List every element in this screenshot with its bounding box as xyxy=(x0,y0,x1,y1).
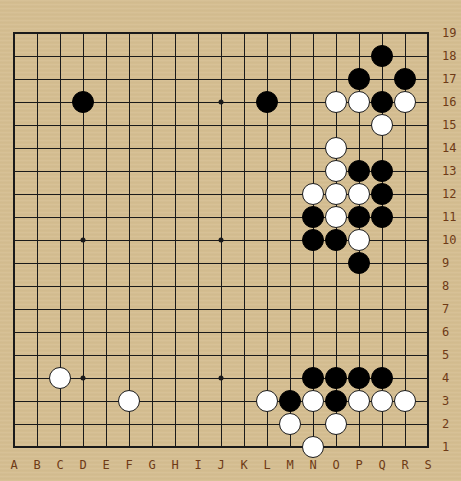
intersection-C8[interactable] xyxy=(49,275,72,298)
intersection-G8[interactable] xyxy=(141,275,164,298)
intersection-N18[interactable] xyxy=(302,45,325,68)
intersection-P8[interactable] xyxy=(348,275,371,298)
intersection-E4[interactable] xyxy=(95,367,118,390)
intersection-E10[interactable] xyxy=(95,229,118,252)
intersection-K10[interactable] xyxy=(233,229,256,252)
intersection-C4[interactable] xyxy=(49,367,72,390)
intersection-N16[interactable] xyxy=(302,91,325,114)
intersection-J18[interactable] xyxy=(210,45,233,68)
intersection-F8[interactable] xyxy=(118,275,141,298)
intersection-F3[interactable] xyxy=(118,390,141,413)
intersection-C15[interactable] xyxy=(49,114,72,137)
intersection-G5[interactable] xyxy=(141,344,164,367)
intersection-A11[interactable] xyxy=(3,206,26,229)
intersection-L8[interactable] xyxy=(256,275,279,298)
intersection-E15[interactable] xyxy=(95,114,118,137)
intersection-K19[interactable] xyxy=(233,22,256,45)
intersection-N2[interactable] xyxy=(302,413,325,436)
intersection-S15[interactable] xyxy=(417,114,440,137)
intersection-N5[interactable] xyxy=(302,344,325,367)
intersection-L6[interactable] xyxy=(256,321,279,344)
intersection-R14[interactable] xyxy=(394,137,417,160)
intersection-R18[interactable] xyxy=(394,45,417,68)
intersection-P16[interactable] xyxy=(348,91,371,114)
intersection-R2[interactable] xyxy=(394,413,417,436)
intersection-Q15[interactable] xyxy=(371,114,394,137)
intersection-E9[interactable] xyxy=(95,252,118,275)
intersection-G2[interactable] xyxy=(141,413,164,436)
intersection-M5[interactable] xyxy=(279,344,302,367)
intersection-C2[interactable] xyxy=(49,413,72,436)
intersection-R8[interactable] xyxy=(394,275,417,298)
intersection-B12[interactable] xyxy=(26,183,49,206)
intersection-M17[interactable] xyxy=(279,68,302,91)
intersection-K6[interactable] xyxy=(233,321,256,344)
intersection-C18[interactable] xyxy=(49,45,72,68)
intersection-I7[interactable] xyxy=(187,298,210,321)
intersection-Q14[interactable] xyxy=(371,137,394,160)
intersection-M16[interactable] xyxy=(279,91,302,114)
intersection-L15[interactable] xyxy=(256,114,279,137)
intersection-E12[interactable] xyxy=(95,183,118,206)
intersection-F11[interactable] xyxy=(118,206,141,229)
intersection-O7[interactable] xyxy=(325,298,348,321)
intersection-B11[interactable] xyxy=(26,206,49,229)
intersection-J14[interactable] xyxy=(210,137,233,160)
intersection-O3[interactable] xyxy=(325,390,348,413)
intersection-Q17[interactable] xyxy=(371,68,394,91)
intersection-R7[interactable] xyxy=(394,298,417,321)
intersection-N15[interactable] xyxy=(302,114,325,137)
intersection-A13[interactable] xyxy=(3,160,26,183)
intersection-Q3[interactable] xyxy=(371,390,394,413)
intersection-M8[interactable] xyxy=(279,275,302,298)
intersection-R13[interactable] xyxy=(394,160,417,183)
intersection-J7[interactable] xyxy=(210,298,233,321)
intersection-G7[interactable] xyxy=(141,298,164,321)
intersection-A10[interactable] xyxy=(3,229,26,252)
intersection-E3[interactable] xyxy=(95,390,118,413)
intersection-D11[interactable] xyxy=(72,206,95,229)
intersection-G4[interactable] xyxy=(141,367,164,390)
intersection-N3[interactable] xyxy=(302,390,325,413)
intersection-E16[interactable] xyxy=(95,91,118,114)
intersection-R3[interactable] xyxy=(394,390,417,413)
intersection-S2[interactable] xyxy=(417,413,440,436)
intersection-D1[interactable] xyxy=(72,436,95,459)
intersection-K8[interactable] xyxy=(233,275,256,298)
intersection-P7[interactable] xyxy=(348,298,371,321)
intersection-R16[interactable] xyxy=(394,91,417,114)
intersection-F9[interactable] xyxy=(118,252,141,275)
intersection-K15[interactable] xyxy=(233,114,256,137)
intersection-I13[interactable] xyxy=(187,160,210,183)
intersection-K4[interactable] xyxy=(233,367,256,390)
intersection-J12[interactable] xyxy=(210,183,233,206)
intersection-J4[interactable] xyxy=(210,367,233,390)
intersection-S5[interactable] xyxy=(417,344,440,367)
intersection-R9[interactable] xyxy=(394,252,417,275)
intersection-E18[interactable] xyxy=(95,45,118,68)
intersection-I17[interactable] xyxy=(187,68,210,91)
intersection-S8[interactable] xyxy=(417,275,440,298)
intersection-C19[interactable] xyxy=(49,22,72,45)
intersection-H17[interactable] xyxy=(164,68,187,91)
intersection-A17[interactable] xyxy=(3,68,26,91)
intersection-K12[interactable] xyxy=(233,183,256,206)
intersection-K7[interactable] xyxy=(233,298,256,321)
intersection-F7[interactable] xyxy=(118,298,141,321)
intersection-O13[interactable] xyxy=(325,160,348,183)
intersection-Q19[interactable] xyxy=(371,22,394,45)
intersection-E6[interactable] xyxy=(95,321,118,344)
intersection-S10[interactable] xyxy=(417,229,440,252)
intersection-M2[interactable] xyxy=(279,413,302,436)
intersection-M14[interactable] xyxy=(279,137,302,160)
intersection-A7[interactable] xyxy=(3,298,26,321)
intersection-O1[interactable] xyxy=(325,436,348,459)
intersection-P6[interactable] xyxy=(348,321,371,344)
intersection-M18[interactable] xyxy=(279,45,302,68)
board-grid[interactable] xyxy=(3,22,440,459)
intersection-L17[interactable] xyxy=(256,68,279,91)
intersection-L16[interactable] xyxy=(256,91,279,114)
intersection-J16[interactable] xyxy=(210,91,233,114)
intersection-D17[interactable] xyxy=(72,68,95,91)
intersection-P9[interactable] xyxy=(348,252,371,275)
intersection-D18[interactable] xyxy=(72,45,95,68)
intersection-D12[interactable] xyxy=(72,183,95,206)
intersection-E2[interactable] xyxy=(95,413,118,436)
intersection-B3[interactable] xyxy=(26,390,49,413)
intersection-B1[interactable] xyxy=(26,436,49,459)
intersection-H19[interactable] xyxy=(164,22,187,45)
intersection-I5[interactable] xyxy=(187,344,210,367)
intersection-F6[interactable] xyxy=(118,321,141,344)
intersection-N8[interactable] xyxy=(302,275,325,298)
intersection-M4[interactable] xyxy=(279,367,302,390)
intersection-F16[interactable] xyxy=(118,91,141,114)
intersection-A15[interactable] xyxy=(3,114,26,137)
intersection-D2[interactable] xyxy=(72,413,95,436)
intersection-K11[interactable] xyxy=(233,206,256,229)
intersection-B2[interactable] xyxy=(26,413,49,436)
intersection-L12[interactable] xyxy=(256,183,279,206)
intersection-D7[interactable] xyxy=(72,298,95,321)
intersection-L19[interactable] xyxy=(256,22,279,45)
intersection-R12[interactable] xyxy=(394,183,417,206)
intersection-E11[interactable] xyxy=(95,206,118,229)
intersection-S4[interactable] xyxy=(417,367,440,390)
intersection-C10[interactable] xyxy=(49,229,72,252)
intersection-O11[interactable] xyxy=(325,206,348,229)
intersection-M13[interactable] xyxy=(279,160,302,183)
intersection-A9[interactable] xyxy=(3,252,26,275)
intersection-G1[interactable] xyxy=(141,436,164,459)
intersection-G6[interactable] xyxy=(141,321,164,344)
intersection-K17[interactable] xyxy=(233,68,256,91)
intersection-Q5[interactable] xyxy=(371,344,394,367)
intersection-J9[interactable] xyxy=(210,252,233,275)
intersection-C7[interactable] xyxy=(49,298,72,321)
intersection-L9[interactable] xyxy=(256,252,279,275)
intersection-S19[interactable] xyxy=(417,22,440,45)
intersection-D6[interactable] xyxy=(72,321,95,344)
intersection-H13[interactable] xyxy=(164,160,187,183)
intersection-S17[interactable] xyxy=(417,68,440,91)
intersection-H7[interactable] xyxy=(164,298,187,321)
intersection-P5[interactable] xyxy=(348,344,371,367)
intersection-O10[interactable] xyxy=(325,229,348,252)
intersection-F15[interactable] xyxy=(118,114,141,137)
intersection-M10[interactable] xyxy=(279,229,302,252)
intersection-O8[interactable] xyxy=(325,275,348,298)
intersection-B13[interactable] xyxy=(26,160,49,183)
intersection-F12[interactable] xyxy=(118,183,141,206)
intersection-L2[interactable] xyxy=(256,413,279,436)
intersection-G13[interactable] xyxy=(141,160,164,183)
intersection-N1[interactable] xyxy=(302,436,325,459)
intersection-G9[interactable] xyxy=(141,252,164,275)
intersection-H2[interactable] xyxy=(164,413,187,436)
intersection-D4[interactable] xyxy=(72,367,95,390)
intersection-M6[interactable] xyxy=(279,321,302,344)
intersection-F5[interactable] xyxy=(118,344,141,367)
intersection-N10[interactable] xyxy=(302,229,325,252)
intersection-K16[interactable] xyxy=(233,91,256,114)
intersection-H8[interactable] xyxy=(164,275,187,298)
intersection-O14[interactable] xyxy=(325,137,348,160)
intersection-E7[interactable] xyxy=(95,298,118,321)
intersection-F4[interactable] xyxy=(118,367,141,390)
intersection-N12[interactable] xyxy=(302,183,325,206)
intersection-C14[interactable] xyxy=(49,137,72,160)
intersection-D8[interactable] xyxy=(72,275,95,298)
intersection-D13[interactable] xyxy=(72,160,95,183)
intersection-J3[interactable] xyxy=(210,390,233,413)
intersection-I14[interactable] xyxy=(187,137,210,160)
intersection-A1[interactable] xyxy=(3,436,26,459)
intersection-F18[interactable] xyxy=(118,45,141,68)
intersection-R19[interactable] xyxy=(394,22,417,45)
intersection-R15[interactable] xyxy=(394,114,417,137)
intersection-R10[interactable] xyxy=(394,229,417,252)
intersection-M3[interactable] xyxy=(279,390,302,413)
intersection-B10[interactable] xyxy=(26,229,49,252)
intersection-J13[interactable] xyxy=(210,160,233,183)
intersection-K5[interactable] xyxy=(233,344,256,367)
intersection-D9[interactable] xyxy=(72,252,95,275)
intersection-C1[interactable] xyxy=(49,436,72,459)
intersection-R5[interactable] xyxy=(394,344,417,367)
intersection-I19[interactable] xyxy=(187,22,210,45)
intersection-D19[interactable] xyxy=(72,22,95,45)
intersection-E17[interactable] xyxy=(95,68,118,91)
intersection-K13[interactable] xyxy=(233,160,256,183)
intersection-B9[interactable] xyxy=(26,252,49,275)
intersection-A6[interactable] xyxy=(3,321,26,344)
intersection-S18[interactable] xyxy=(417,45,440,68)
intersection-G10[interactable] xyxy=(141,229,164,252)
intersection-B14[interactable] xyxy=(26,137,49,160)
intersection-O4[interactable] xyxy=(325,367,348,390)
intersection-S13[interactable] xyxy=(417,160,440,183)
intersection-R1[interactable] xyxy=(394,436,417,459)
intersection-Q6[interactable] xyxy=(371,321,394,344)
intersection-P10[interactable] xyxy=(348,229,371,252)
intersection-J5[interactable] xyxy=(210,344,233,367)
intersection-A3[interactable] xyxy=(3,390,26,413)
intersection-Q11[interactable] xyxy=(371,206,394,229)
intersection-M19[interactable] xyxy=(279,22,302,45)
intersection-O2[interactable] xyxy=(325,413,348,436)
intersection-I2[interactable] xyxy=(187,413,210,436)
intersection-Q13[interactable] xyxy=(371,160,394,183)
intersection-A5[interactable] xyxy=(3,344,26,367)
intersection-J19[interactable] xyxy=(210,22,233,45)
intersection-H12[interactable] xyxy=(164,183,187,206)
intersection-H4[interactable] xyxy=(164,367,187,390)
intersection-H5[interactable] xyxy=(164,344,187,367)
intersection-G16[interactable] xyxy=(141,91,164,114)
intersection-O9[interactable] xyxy=(325,252,348,275)
intersection-N9[interactable] xyxy=(302,252,325,275)
intersection-P3[interactable] xyxy=(348,390,371,413)
intersection-O5[interactable] xyxy=(325,344,348,367)
intersection-N13[interactable] xyxy=(302,160,325,183)
intersection-L11[interactable] xyxy=(256,206,279,229)
intersection-F10[interactable] xyxy=(118,229,141,252)
intersection-P2[interactable] xyxy=(348,413,371,436)
intersection-I15[interactable] xyxy=(187,114,210,137)
intersection-S11[interactable] xyxy=(417,206,440,229)
intersection-J2[interactable] xyxy=(210,413,233,436)
intersection-H16[interactable] xyxy=(164,91,187,114)
intersection-M1[interactable] xyxy=(279,436,302,459)
intersection-L1[interactable] xyxy=(256,436,279,459)
intersection-K9[interactable] xyxy=(233,252,256,275)
intersection-M12[interactable] xyxy=(279,183,302,206)
intersection-P1[interactable] xyxy=(348,436,371,459)
intersection-P13[interactable] xyxy=(348,160,371,183)
intersection-C12[interactable] xyxy=(49,183,72,206)
intersection-L10[interactable] xyxy=(256,229,279,252)
intersection-P12[interactable] xyxy=(348,183,371,206)
intersection-C16[interactable] xyxy=(49,91,72,114)
intersection-S6[interactable] xyxy=(417,321,440,344)
intersection-C13[interactable] xyxy=(49,160,72,183)
intersection-E5[interactable] xyxy=(95,344,118,367)
intersection-B16[interactable] xyxy=(26,91,49,114)
intersection-O19[interactable] xyxy=(325,22,348,45)
intersection-K3[interactable] xyxy=(233,390,256,413)
intersection-I3[interactable] xyxy=(187,390,210,413)
intersection-J1[interactable] xyxy=(210,436,233,459)
intersection-K1[interactable] xyxy=(233,436,256,459)
intersection-A19[interactable] xyxy=(3,22,26,45)
intersection-Q4[interactable] xyxy=(371,367,394,390)
intersection-H10[interactable] xyxy=(164,229,187,252)
intersection-O12[interactable] xyxy=(325,183,348,206)
intersection-O15[interactable] xyxy=(325,114,348,137)
intersection-N19[interactable] xyxy=(302,22,325,45)
intersection-I4[interactable] xyxy=(187,367,210,390)
intersection-O6[interactable] xyxy=(325,321,348,344)
intersection-N7[interactable] xyxy=(302,298,325,321)
intersection-I10[interactable] xyxy=(187,229,210,252)
intersection-L5[interactable] xyxy=(256,344,279,367)
intersection-Q2[interactable] xyxy=(371,413,394,436)
intersection-E19[interactable] xyxy=(95,22,118,45)
intersection-L14[interactable] xyxy=(256,137,279,160)
intersection-A8[interactable] xyxy=(3,275,26,298)
intersection-G12[interactable] xyxy=(141,183,164,206)
intersection-I12[interactable] xyxy=(187,183,210,206)
intersection-C6[interactable] xyxy=(49,321,72,344)
intersection-B4[interactable] xyxy=(26,367,49,390)
intersection-B5[interactable] xyxy=(26,344,49,367)
intersection-Q10[interactable] xyxy=(371,229,394,252)
intersection-B8[interactable] xyxy=(26,275,49,298)
intersection-P18[interactable] xyxy=(348,45,371,68)
intersection-B19[interactable] xyxy=(26,22,49,45)
intersection-P4[interactable] xyxy=(348,367,371,390)
intersection-G19[interactable] xyxy=(141,22,164,45)
intersection-R17[interactable] xyxy=(394,68,417,91)
intersection-Q7[interactable] xyxy=(371,298,394,321)
intersection-A4[interactable] xyxy=(3,367,26,390)
intersection-P11[interactable] xyxy=(348,206,371,229)
intersection-F14[interactable] xyxy=(118,137,141,160)
intersection-C3[interactable] xyxy=(49,390,72,413)
intersection-B17[interactable] xyxy=(26,68,49,91)
intersection-P19[interactable] xyxy=(348,22,371,45)
intersection-I6[interactable] xyxy=(187,321,210,344)
intersection-E8[interactable] xyxy=(95,275,118,298)
intersection-J10[interactable] xyxy=(210,229,233,252)
intersection-M11[interactable] xyxy=(279,206,302,229)
intersection-S9[interactable] xyxy=(417,252,440,275)
intersection-B18[interactable] xyxy=(26,45,49,68)
intersection-R4[interactable] xyxy=(394,367,417,390)
intersection-L13[interactable] xyxy=(256,160,279,183)
intersection-S12[interactable] xyxy=(417,183,440,206)
intersection-B15[interactable] xyxy=(26,114,49,137)
intersection-G17[interactable] xyxy=(141,68,164,91)
intersection-A16[interactable] xyxy=(3,91,26,114)
intersection-P14[interactable] xyxy=(348,137,371,160)
intersection-J15[interactable] xyxy=(210,114,233,137)
intersection-F13[interactable] xyxy=(118,160,141,183)
intersection-H14[interactable] xyxy=(164,137,187,160)
intersection-H1[interactable] xyxy=(164,436,187,459)
intersection-H9[interactable] xyxy=(164,252,187,275)
intersection-O18[interactable] xyxy=(325,45,348,68)
intersection-S3[interactable] xyxy=(417,390,440,413)
intersection-G15[interactable] xyxy=(141,114,164,137)
intersection-G3[interactable] xyxy=(141,390,164,413)
intersection-Q9[interactable] xyxy=(371,252,394,275)
intersection-O17[interactable] xyxy=(325,68,348,91)
intersection-N4[interactable] xyxy=(302,367,325,390)
intersection-O16[interactable] xyxy=(325,91,348,114)
intersection-H6[interactable] xyxy=(164,321,187,344)
intersection-F19[interactable] xyxy=(118,22,141,45)
intersection-N6[interactable] xyxy=(302,321,325,344)
intersection-Q18[interactable] xyxy=(371,45,394,68)
intersection-Q12[interactable] xyxy=(371,183,394,206)
intersection-B6[interactable] xyxy=(26,321,49,344)
